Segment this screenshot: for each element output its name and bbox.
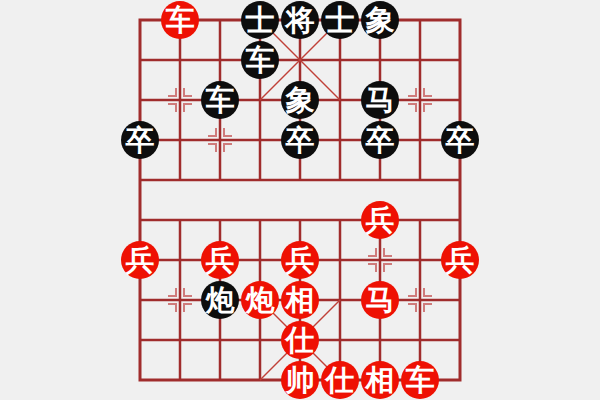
board-cell[interactable] (400, 80, 440, 120)
board-cell[interactable] (440, 360, 480, 400)
board-cell[interactable] (280, 40, 320, 80)
black-advisor[interactable]: 士 (321, 1, 359, 39)
board-cell[interactable] (200, 320, 240, 360)
board-cell[interactable]: 马 (360, 280, 400, 320)
board-cell[interactable] (240, 160, 280, 200)
board-cell[interactable]: 士 (320, 0, 360, 40)
red-soldier[interactable]: 兵 (121, 241, 159, 279)
board-cell[interactable] (200, 0, 240, 40)
red-advisor[interactable]: 仕 (321, 361, 359, 399)
board-cell[interactable] (160, 320, 200, 360)
red-advisor[interactable]: 仕 (281, 321, 319, 359)
board-cell[interactable]: 象 (360, 0, 400, 40)
board-cell[interactable]: 卒 (120, 120, 160, 160)
board-cell[interactable] (120, 360, 160, 400)
board-cell[interactable]: 兵 (120, 240, 160, 280)
board-cell[interactable]: 兵 (440, 240, 480, 280)
board-cell[interactable]: 车 (240, 40, 280, 80)
board-cell[interactable]: 将 (280, 0, 320, 40)
board-cell[interactable] (160, 200, 200, 240)
board-cell[interactable]: 卒 (440, 120, 480, 160)
board-cell[interactable] (400, 0, 440, 40)
board-cell[interactable] (440, 40, 480, 80)
red-soldier[interactable]: 兵 (281, 241, 319, 279)
board-cell[interactable] (360, 240, 400, 280)
black-chariot[interactable]: 车 (241, 41, 279, 79)
board-cell[interactable] (320, 280, 360, 320)
board-cell[interactable] (160, 160, 200, 200)
board-cell[interactable] (320, 80, 360, 120)
red-horse[interactable]: 马 (361, 281, 399, 319)
board-cell[interactable]: 相 (360, 360, 400, 400)
board-cell[interactable] (200, 120, 240, 160)
red-elephant[interactable]: 相 (281, 281, 319, 319)
board-cell[interactable] (400, 240, 440, 280)
board-cell[interactable] (200, 40, 240, 80)
board-cell[interactable] (280, 200, 320, 240)
board-cell[interactable] (240, 120, 280, 160)
board-cell[interactable] (240, 360, 280, 400)
black-advisor[interactable]: 士 (241, 1, 279, 39)
board-cell[interactable] (120, 200, 160, 240)
board-cell[interactable]: 车 (400, 360, 440, 400)
board-cell[interactable] (320, 240, 360, 280)
board-cell[interactable] (440, 320, 480, 360)
board-cell[interactable] (440, 200, 480, 240)
black-general[interactable]: 将 (281, 1, 319, 39)
board-cell[interactable] (160, 360, 200, 400)
board-cell[interactable]: 炮 (200, 280, 240, 320)
black-soldier[interactable]: 卒 (281, 121, 319, 159)
board-cell[interactable] (200, 360, 240, 400)
red-soldier[interactable]: 兵 (361, 201, 399, 239)
board-cell[interactable]: 兵 (280, 240, 320, 280)
board-cell[interactable] (400, 320, 440, 360)
board-cell[interactable] (160, 280, 200, 320)
board-cell[interactable] (240, 80, 280, 120)
board-cell[interactable] (240, 240, 280, 280)
black-chariot[interactable]: 车 (201, 81, 239, 119)
board-cell[interactable] (240, 320, 280, 360)
red-chariot[interactable]: 车 (401, 361, 439, 399)
board-cell[interactable]: 车 (200, 80, 240, 120)
black-elephant[interactable]: 象 (281, 81, 319, 119)
board-cell[interactable]: 车 (160, 0, 200, 40)
board-cell[interactable] (440, 0, 480, 40)
board-cell[interactable] (360, 320, 400, 360)
board-cell[interactable] (120, 280, 160, 320)
red-cannon[interactable]: 炮 (241, 281, 279, 319)
board-cell[interactable] (120, 40, 160, 80)
board-cell[interactable] (120, 160, 160, 200)
board-cell[interactable] (440, 280, 480, 320)
board-cell[interactable] (320, 40, 360, 80)
red-chariot[interactable]: 车 (161, 1, 199, 39)
board-cell[interactable]: 象 (280, 80, 320, 120)
board-cell[interactable] (200, 160, 240, 200)
board-cell[interactable] (320, 120, 360, 160)
black-soldier[interactable]: 卒 (441, 121, 479, 159)
board-cell[interactable] (440, 160, 480, 200)
board-cell[interactable] (400, 280, 440, 320)
board-cell[interactable] (200, 200, 240, 240)
board-cell[interactable] (240, 200, 280, 240)
board-cell[interactable] (360, 160, 400, 200)
board-cell[interactable] (160, 120, 200, 160)
board-cell[interactable] (400, 120, 440, 160)
board-cell[interactable] (320, 320, 360, 360)
black-soldier[interactable]: 卒 (361, 121, 399, 159)
board-cell[interactable] (120, 320, 160, 360)
board-cell[interactable] (320, 160, 360, 200)
board-cell[interactable] (440, 80, 480, 120)
red-elephant[interactable]: 相 (361, 361, 399, 399)
board-cell[interactable]: 帅 (280, 360, 320, 400)
black-cannon[interactable]: 炮 (201, 281, 239, 319)
board-cell[interactable] (400, 40, 440, 80)
black-horse[interactable]: 马 (361, 81, 399, 119)
board-cell[interactable]: 卒 (280, 120, 320, 160)
board-cell[interactable]: 兵 (200, 240, 240, 280)
black-soldier[interactable]: 卒 (121, 121, 159, 159)
board-cell[interactable] (160, 240, 200, 280)
board-cell[interactable]: 兵 (360, 200, 400, 240)
board-cell[interactable]: 卒 (360, 120, 400, 160)
board-cell[interactable]: 相 (280, 280, 320, 320)
board-cell[interactable] (280, 160, 320, 200)
board-cell[interactable] (400, 160, 440, 200)
board-cell[interactable] (320, 200, 360, 240)
board-cell[interactable] (160, 80, 200, 120)
board-grid: 车士将士象车车象马卒卒卒卒兵兵兵兵兵炮炮相马仕帅仕相车 (120, 0, 480, 400)
board-cell[interactable]: 马 (360, 80, 400, 120)
board-cell[interactable] (400, 200, 440, 240)
red-general[interactable]: 帅 (281, 361, 319, 399)
black-elephant[interactable]: 象 (361, 1, 399, 39)
board-cell[interactable] (160, 40, 200, 80)
board-cell[interactable] (120, 80, 160, 120)
board-cell[interactable]: 仕 (320, 360, 360, 400)
board-cell[interactable] (360, 40, 400, 80)
board-cell[interactable]: 炮 (240, 280, 280, 320)
xiangqi-board: 车士将士象车车象马卒卒卒卒兵兵兵兵兵炮炮相马仕帅仕相车 (0, 0, 600, 400)
board-cell[interactable] (120, 0, 160, 40)
board-cell[interactable]: 士 (240, 0, 280, 40)
red-soldier[interactable]: 兵 (201, 241, 239, 279)
red-soldier[interactable]: 兵 (441, 241, 479, 279)
board-cell[interactable]: 仕 (280, 320, 320, 360)
